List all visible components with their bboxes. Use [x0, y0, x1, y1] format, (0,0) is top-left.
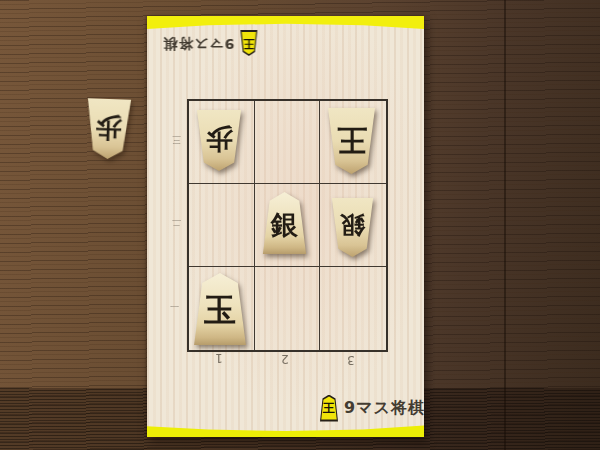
yellow-band-bottom [147, 425, 424, 437]
file-label-2: 2 [278, 353, 292, 365]
board-title-far-side: 王 9マス将棋 [163, 29, 257, 57]
board-cell-r3c2[interactable] [255, 267, 321, 350]
piece-kanji-king-gote: 王 [337, 118, 367, 159]
piece-kanji-pawn: 歩 [206, 120, 233, 156]
piece-offboard-pawn[interactable]: 歩 [85, 98, 132, 160]
board-cell-r3c3[interactable] [320, 267, 386, 350]
board-cell-r2c1[interactable] [189, 184, 255, 267]
piece-gote-pawn[interactable]: 歩 [196, 110, 242, 171]
board-title-text-far: 9マス将棋 [163, 34, 234, 52]
piece-kanji-pawn-offboard: 歩 [95, 109, 122, 145]
piece-gote-silver[interactable]: 銀 [331, 198, 374, 257]
file-label-3: 3 [344, 354, 358, 366]
rank-label-3: 三 [172, 135, 181, 144]
king-piece-icon-bottom: 王 [320, 395, 338, 422]
board-cell-r1c2[interactable] [255, 101, 321, 184]
piece-kanji-silver-sente: 銀 [271, 207, 298, 243]
piece-kanji-silver-gote: 銀 [340, 209, 365, 242]
file-label-1: 1 [212, 352, 226, 364]
piece-gote-king[interactable]: 王 [327, 108, 376, 174]
piece-sente-silver[interactable]: 銀 [262, 192, 307, 254]
king-icon-kanji-bottom: 王 [321, 396, 336, 419]
king-icon-kanji: 王 [242, 32, 257, 54]
piece-kanji-king-sente: 玉 [204, 289, 236, 333]
rank-label-2: 二 [172, 218, 181, 227]
king-piece-icon: 王 [240, 30, 257, 56]
yellow-band-top [147, 16, 424, 30]
rank-label-1: 一 [170, 301, 179, 310]
photo-of-9masu-shogi-set: 王 9マス将棋 三 二 一 1 2 3 歩 王 銀 銀 玉 歩 [0, 0, 600, 450]
board-title-near-side: 王 9マス将棋 [320, 394, 425, 422]
board-title-text-near: 9マス将棋 [344, 398, 425, 419]
piece-sente-king[interactable]: 玉 [193, 273, 247, 345]
